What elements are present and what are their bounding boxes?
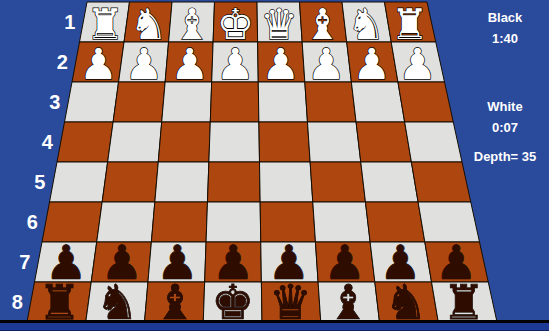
square[interactable] [258, 82, 307, 122]
square[interactable] [356, 122, 411, 162]
board-shadow-strip [0, 323, 549, 330]
square[interactable] [260, 162, 313, 202]
square[interactable] [411, 162, 470, 202]
rank-label: 1 [64, 11, 75, 33]
square[interactable] [210, 82, 259, 122]
square[interactable] [162, 82, 212, 122]
square[interactable] [207, 162, 260, 202]
white-piece-p[interactable]: ♟ [170, 39, 208, 89]
square[interactable] [398, 82, 453, 122]
white-piece-p[interactable]: ♟ [125, 39, 163, 89]
rank-label: 5 [34, 171, 45, 193]
square[interactable] [305, 82, 356, 122]
square[interactable] [310, 162, 365, 202]
rank-label: 6 [27, 211, 38, 233]
square[interactable] [307, 122, 360, 162]
black-time: 1:40 [460, 28, 549, 49]
square[interactable] [108, 122, 162, 162]
square[interactable] [50, 162, 108, 202]
square[interactable] [361, 162, 418, 202]
square[interactable] [209, 122, 260, 162]
square[interactable] [102, 162, 158, 202]
rank-label: 3 [49, 91, 60, 113]
rank-label: 4 [42, 131, 54, 153]
white-piece-p[interactable]: ♟ [307, 39, 345, 89]
white-piece-p[interactable]: ♟ [261, 39, 299, 89]
white-piece-p[interactable]: ♟ [398, 39, 436, 89]
white-time: 0:07 [460, 117, 549, 138]
square[interactable] [158, 122, 210, 162]
black-clock: Black 1:40 [460, 7, 549, 49]
square[interactable] [155, 162, 209, 202]
rank-label: 7 [19, 251, 30, 273]
search-depth: Depth= 35 [452, 146, 549, 167]
square[interactable] [113, 82, 165, 122]
chess-app-window: ♜♞♝♚♛♝♞♜1♟♟♟♟♟♟♟♟23456♟♟♟♟♟♟♟♟7♜♞♝♚♛♝♞♜8… [0, 0, 549, 331]
white-piece-p[interactable]: ♟ [353, 39, 391, 89]
square[interactable] [57, 122, 113, 162]
white-piece-p[interactable]: ♟ [216, 39, 254, 89]
rank-label: 2 [57, 51, 68, 73]
square[interactable] [351, 82, 404, 122]
white-clock: White 0:07 [460, 96, 549, 138]
square[interactable] [259, 122, 310, 162]
rank-label: 8 [12, 291, 23, 313]
square[interactable] [65, 82, 119, 122]
white-label: White [460, 96, 549, 117]
black-label: Black [460, 7, 549, 28]
white-piece-p[interactable]: ♟ [79, 39, 117, 89]
